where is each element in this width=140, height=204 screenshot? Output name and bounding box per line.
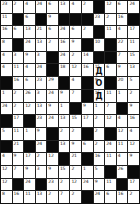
cell-r10c5[interactable]: 2 — [59, 128, 70, 140]
cell-number: 24 — [2, 103, 7, 108]
cell-r5c0[interactable]: 4 — [1, 64, 12, 76]
cell-r8c7[interactable]: 9 — [82, 103, 93, 115]
cell-number: 7 — [60, 191, 63, 196]
cell-r1c9[interactable]: 2 — [105, 14, 116, 26]
cell-number: 9 — [25, 52, 28, 57]
cell-r3c6[interactable]: 9 — [70, 39, 81, 51]
cell-r12c10[interactable]: 4 — [117, 153, 128, 165]
cell-r10c11[interactable]: 4 — [128, 128, 139, 140]
cell-r0c11[interactable]: 24 — [128, 1, 139, 13]
cell-number: 23 — [2, 1, 7, 6]
cell-r0c1[interactable]: 2 — [13, 1, 24, 13]
cell-number: 3 — [37, 52, 40, 57]
cell-r4c5[interactable]: 24 — [59, 52, 70, 64]
cell-r5c5[interactable]: 18 — [59, 64, 70, 76]
cell-r6c8[interactable]: 9О — [94, 77, 105, 89]
block-cell-r13c11 — [128, 166, 139, 178]
cell-r8c8[interactable]: 1 — [94, 103, 105, 115]
cell-r4c2[interactable]: 9 — [24, 52, 35, 64]
cell-r7c1[interactable]: 2 — [13, 90, 24, 102]
cell-r1c4[interactable]: 9 — [47, 14, 58, 26]
cell-number: 4 — [25, 64, 28, 69]
cell-r13c4[interactable]: 9 — [47, 166, 58, 178]
cell-number: 24 — [37, 141, 42, 146]
cell-number: 15 — [129, 52, 134, 57]
block-cell-r14c1 — [13, 179, 24, 191]
cell-number: 17 — [25, 153, 30, 158]
cell-r0c5[interactable]: 13 — [59, 1, 70, 13]
cell-number: 4 — [2, 64, 5, 69]
cell-r6c11[interactable]: 5 — [128, 77, 139, 89]
cell-number: 21 — [37, 26, 42, 31]
cell-r0c6[interactable]: 4 — [70, 1, 81, 13]
cell-r2c9[interactable]: 11 — [105, 26, 116, 38]
cell-number: 4 — [118, 26, 121, 31]
cell-number: 1 — [60, 103, 63, 108]
cell-r9c8[interactable]: 2 — [94, 115, 105, 127]
cell-r0c10[interactable]: 6 — [117, 1, 128, 13]
cell-r11c1[interactable]: 21 — [13, 141, 24, 153]
block-cell-r14c3 — [36, 179, 47, 191]
cell-number: 12 — [106, 1, 111, 6]
cell-number: 2 — [95, 115, 98, 120]
cell-number: 6 — [25, 77, 28, 82]
block-cell-r2c8 — [94, 26, 105, 38]
cell-r1c10[interactable]: 16 — [117, 14, 128, 26]
cell-r8c0[interactable]: 24 — [1, 103, 12, 115]
cell-number: 2 — [129, 90, 132, 95]
cell-number: 26 — [25, 90, 30, 95]
cell-r6c10[interactable]: 20 — [117, 77, 128, 89]
cell-r13c2[interactable]: 9 — [24, 166, 35, 178]
cell-r3c4[interactable]: 2 — [47, 39, 58, 51]
cell-r7c11[interactable]: 2 — [128, 90, 139, 102]
cell-r12c9[interactable]: 11 — [105, 153, 116, 165]
cell-r12c3[interactable]: 2 — [36, 153, 47, 165]
cell-number: 13 — [37, 191, 42, 196]
cell-r1c2[interactable]: 6 — [24, 14, 35, 26]
cell-number: 14 — [83, 52, 88, 57]
cell-r9c3[interactable]: 23 — [36, 115, 47, 127]
cell-number: 9 — [95, 179, 98, 184]
block-cell-r14c10 — [117, 179, 128, 191]
cell-r2c6[interactable]: 6 — [70, 26, 81, 38]
cell-number: 16 — [118, 191, 123, 196]
cell-r7c3[interactable]: 3 — [36, 90, 47, 102]
cell-r5c8[interactable]: 15Д — [94, 64, 105, 76]
cell-r15c6[interactable]: 2 — [70, 191, 81, 203]
cell-number: 24 — [48, 90, 53, 95]
cell-number: 9 — [37, 128, 40, 133]
cell-r9c1[interactable]: 17 — [13, 115, 24, 127]
block-cell-r1c11 — [128, 14, 139, 26]
cell-r13c3[interactable]: 3 — [36, 166, 47, 178]
cell-r11c10[interactable]: 11 — [117, 141, 128, 153]
cell-number: 21 — [71, 153, 76, 158]
cell-r3c5[interactable]: 16 — [59, 39, 70, 51]
cell-number: 12 — [106, 115, 111, 120]
cell-r5c9[interactable]: 6 — [105, 64, 116, 76]
cell-number: 24 — [37, 1, 42, 6]
cell-number: 5 — [95, 166, 98, 171]
cell-r9c6[interactable]: 15 — [70, 115, 81, 127]
cell-number: 11 — [25, 191, 30, 196]
cell-r0c2[interactable]: 4 — [24, 1, 35, 13]
block-cell-r13c9 — [105, 166, 116, 178]
cell-r5c1[interactable]: 11 — [13, 64, 24, 76]
cell-number: 4 — [71, 77, 74, 82]
cell-r5c6[interactable]: 12 — [70, 64, 81, 76]
block-cell-r6c5 — [59, 77, 70, 89]
block-cell-r4c4 — [47, 52, 58, 64]
cell-number: 4 — [25, 1, 28, 6]
cell-r15c0[interactable]: 8 — [1, 191, 12, 203]
cell-r2c3[interactable]: 21 — [36, 26, 47, 38]
cell-number: 22 — [118, 39, 123, 44]
cell-r7c8[interactable]: 15Д — [94, 90, 105, 102]
cell-r3c2[interactable]: 24 — [24, 39, 35, 51]
cell-r7c6[interactable]: 7 — [70, 90, 81, 102]
cell-r0c7[interactable]: 2 — [82, 1, 93, 13]
cell-number: 1 — [2, 90, 5, 95]
cell-number: 11 — [2, 14, 7, 19]
cell-number: 24 — [106, 141, 111, 146]
block-cell-r1c6 — [70, 14, 81, 26]
cell-r2c5[interactable]: 24 — [59, 26, 70, 38]
cell-number: 9 — [129, 153, 132, 158]
cell-r12c2[interactable]: 17 — [24, 153, 35, 165]
cell-r11c9[interactable]: 24 — [105, 141, 116, 153]
puzzle-page: 2324246134212624116923216166132162462114… — [0, 0, 140, 204]
block-cell-r4c8 — [94, 52, 105, 64]
block-cell-r6c0 — [1, 77, 12, 89]
cell-number: 2 — [71, 191, 74, 196]
block-cell-r1c1 — [13, 14, 24, 26]
cell-r2c0[interactable]: 16 — [1, 26, 12, 38]
cell-r13c8[interactable]: 5 — [94, 166, 105, 178]
cell-r2c7[interactable]: 2 — [82, 26, 93, 38]
cell-number: 13 — [25, 26, 30, 31]
cell-r4c10[interactable]: 7 — [117, 52, 128, 64]
block-cell-r11c4 — [47, 141, 58, 153]
cell-number: 6 — [25, 14, 28, 19]
cell-number: 2 — [60, 128, 63, 133]
cell-r15c4[interactable]: 2 — [47, 191, 58, 203]
cell-number: 11 — [106, 153, 111, 158]
cell-r2c11[interactable]: 17 — [128, 26, 139, 38]
cell-number: 9 — [129, 103, 132, 108]
block-cell-r6c9 — [105, 77, 116, 89]
cell-r12c6[interactable]: 21 — [70, 153, 81, 165]
cell-r15c1[interactable]: 16 — [13, 191, 24, 203]
cell-r8c2[interactable]: 12 — [24, 103, 35, 115]
cell-r12c11[interactable]: 9 — [128, 153, 139, 165]
cell-r11c3[interactable]: 24 — [36, 141, 47, 153]
cell-r4c3[interactable]: 3 — [36, 52, 47, 64]
cell-number: 16 — [129, 115, 134, 120]
cell-number: 9 — [48, 103, 51, 108]
cell-number: 6 — [14, 26, 17, 31]
cell-r3c11[interactable]: 11 — [128, 39, 139, 51]
cell-r14c2[interactable]: 24 — [24, 179, 35, 191]
cell-number: 7 — [14, 166, 17, 171]
cell-r7c10[interactable]: 1 — [117, 90, 128, 102]
cell-number: 3 — [14, 52, 17, 57]
cell-r7c0[interactable]: 1 — [1, 90, 12, 102]
cell-number: 9 — [48, 14, 51, 19]
cell-r6c4[interactable]: 29 — [47, 77, 58, 89]
cell-number: 11 — [106, 90, 111, 95]
cell-r11c6[interactable]: 9 — [70, 141, 81, 153]
cell-number: 23 — [37, 115, 42, 120]
cell-number: 9 — [48, 166, 51, 171]
cell-number: 23 — [95, 14, 100, 19]
cell-number: 6 — [106, 191, 109, 196]
cell-number: 4 — [129, 128, 132, 133]
cell-number: 1 — [118, 90, 121, 95]
block-cell-r11c2 — [24, 141, 35, 153]
cell-r6c2[interactable]: 6 — [24, 77, 35, 89]
cell-number: 2 — [71, 166, 74, 171]
cell-number: 6 — [118, 1, 121, 6]
block-cell-r10c7 — [82, 128, 93, 140]
cell-number: 9 — [83, 103, 86, 108]
cell-r5c2[interactable]: 4 — [24, 64, 35, 76]
cell-number: 24 — [129, 1, 134, 6]
cell-r14c6[interactable]: 12 — [70, 179, 81, 191]
cell-number: 8 — [2, 191, 5, 196]
cell-r5c7[interactable]: 16 — [82, 64, 93, 76]
cell-number: 16 — [60, 39, 65, 44]
cell-number: 7 — [71, 90, 74, 95]
cell-r15c11[interactable]: 2 — [128, 191, 139, 203]
cell-r14c11[interactable]: 17 — [128, 179, 139, 191]
cell-r6c1[interactable]: 16 — [13, 77, 24, 89]
cell-r6c6[interactable]: 4 — [70, 77, 81, 89]
cell-r10c3[interactable]: 9 — [36, 128, 47, 140]
cell-number: 13 — [60, 141, 65, 146]
block-cell-r8c10 — [117, 103, 128, 115]
cell-r7c5[interactable]: 9 — [59, 90, 70, 102]
cell-r15c8[interactable]: 24 — [94, 191, 105, 203]
cell-number: 12 — [129, 141, 134, 146]
block-cell-r1c3 — [36, 14, 47, 26]
cell-r13c6[interactable]: 2 — [70, 166, 81, 178]
block-cell-r15c7 — [82, 191, 93, 203]
cell-r0c9[interactable]: 12 — [105, 1, 116, 13]
cell-number: 11 — [14, 128, 19, 133]
cell-r0c4[interactable]: 6 — [47, 1, 58, 13]
cell-r15c5[interactable]: 7 — [59, 191, 70, 203]
cell-r5c3[interactable]: 24 — [36, 64, 47, 76]
cell-r14c9[interactable]: 11 — [105, 179, 116, 191]
cell-number: 4 — [118, 115, 121, 120]
cell-r4c1[interactable]: 3 — [13, 52, 24, 64]
cell-number: 2 — [14, 90, 17, 95]
cell-r1c8[interactable]: 23 — [94, 14, 105, 26]
cell-number: 9 — [71, 141, 74, 146]
cell-number: 2 — [14, 103, 17, 108]
cell-r14c8[interactable]: 9 — [94, 179, 105, 191]
cell-number: 23 — [37, 77, 42, 82]
block-cell-r3c7 — [82, 39, 93, 51]
cell-number: 24 — [25, 39, 30, 44]
cell-number: 12 — [118, 128, 123, 133]
cell-number: 13 — [129, 64, 134, 69]
cell-r4c6[interactable]: 2 — [70, 52, 81, 64]
cell-r7c4[interactable]: 24 — [47, 90, 58, 102]
cell-r14c7[interactable]: 24 — [82, 179, 93, 191]
cell-r11c5[interactable]: 13 — [59, 141, 70, 153]
cell-number: 16 — [118, 14, 123, 19]
cell-number: 7 — [118, 52, 121, 57]
cell-r3c10[interactable]: 22 — [117, 39, 128, 51]
cell-number: 2 — [37, 153, 40, 158]
cell-number: 8 — [2, 39, 5, 44]
cell-number: 16 — [14, 191, 19, 196]
cell-number: 16 — [83, 64, 88, 69]
cell-number: 24 — [37, 64, 42, 69]
block-cell-r11c0 — [1, 141, 12, 153]
cell-r0c0[interactable]: 23 — [1, 1, 12, 13]
cell-number: 11 — [106, 179, 111, 184]
cell-number: 13 — [37, 39, 42, 44]
cell-number: 6 — [48, 1, 51, 6]
cell-r8c3[interactable]: 13 — [36, 103, 47, 115]
cell-number: 2 — [48, 39, 51, 44]
cell-r15c2[interactable]: 11 — [24, 191, 35, 203]
cell-number: 7 — [106, 103, 109, 108]
cell-r9c11[interactable]: 16 — [128, 115, 139, 127]
cell-number: 16 — [14, 77, 19, 82]
cell-r13c1[interactable]: 7 — [13, 166, 24, 178]
block-cell-r12c7 — [82, 153, 93, 165]
cell-number: 13 — [37, 103, 42, 108]
cell-r2c2[interactable]: 13 — [24, 26, 35, 38]
cell-r12c0[interactable]: 4 — [1, 153, 12, 165]
cell-r7c9[interactable]: 11 — [105, 90, 116, 102]
cell-r8c11[interactable]: 9 — [128, 103, 139, 115]
cell-r1c0[interactable]: 11 — [1, 14, 12, 26]
cell-number: 9 — [25, 166, 28, 171]
block-cell-r12c5 — [59, 153, 70, 165]
cell-number: 12 — [71, 179, 76, 184]
cell-r13c0[interactable]: 12 — [1, 166, 12, 178]
cell-r9c4[interactable]: 24 — [47, 115, 58, 127]
cell-r10c8[interactable]: 2 — [94, 128, 105, 140]
cell-number: 2 — [71, 128, 74, 133]
cell-r15c3[interactable]: 13 — [36, 191, 47, 203]
cell-r9c9[interactable]: 12 — [105, 115, 116, 127]
cell-r5c10[interactable]: 9 — [117, 64, 128, 76]
cell-number: 18 — [60, 64, 65, 69]
cell-number: 2 — [83, 26, 86, 31]
cell-r8c5[interactable]: 1 — [59, 103, 70, 115]
cell-r2c10[interactable]: 4 — [117, 26, 128, 38]
given-letter: О — [94, 80, 105, 89]
cell-number: 21 — [14, 141, 19, 146]
cell-number: 9 — [60, 90, 63, 95]
cell-r5c11[interactable]: 13 — [128, 64, 139, 76]
cell-r8c1[interactable]: 2 — [13, 103, 24, 115]
block-cell-r1c5 — [59, 14, 70, 26]
cell-r10c0[interactable]: 5 — [1, 128, 12, 140]
cell-number: 11 — [118, 141, 123, 146]
cell-number: 12 — [48, 153, 53, 158]
cell-r15c10[interactable]: 16 — [117, 191, 128, 203]
cell-r11c7[interactable]: 6 — [82, 141, 93, 153]
cell-number: 23 — [48, 179, 53, 184]
cell-r13c10[interactable]: 26 — [117, 166, 128, 178]
cell-r3c8[interactable]: 10 — [94, 39, 105, 51]
cell-number: 3 — [37, 90, 40, 95]
cell-r9c7[interactable]: 17 — [82, 115, 93, 127]
cell-r11c11[interactable]: 12 — [128, 141, 139, 153]
cell-r7c2[interactable]: 26 — [24, 90, 35, 102]
cell-r12c1[interactable]: 9 — [13, 153, 24, 165]
cell-number: 11 — [14, 64, 19, 69]
cell-r3c0[interactable]: 8 — [1, 39, 12, 51]
cell-number: 4 — [2, 52, 5, 57]
cell-r4c11[interactable]: 15 — [128, 52, 139, 64]
cell-number: 12 — [25, 103, 30, 108]
cell-number: 12 — [2, 166, 7, 171]
cell-r12c8[interactable]: 16 — [94, 153, 105, 165]
cell-number: 24 — [83, 179, 88, 184]
cell-r14c4[interactable]: 23 — [47, 179, 58, 191]
cell-r8c9[interactable]: 7 — [105, 103, 116, 115]
block-cell-r7c7 — [82, 90, 93, 102]
cell-r0c3[interactable]: 24 — [36, 1, 47, 13]
cell-r13c5[interactable]: 15 — [59, 166, 70, 178]
cell-number: 4 — [118, 153, 121, 158]
cell-number: 24 — [60, 26, 65, 31]
cell-r10c1[interactable]: 11 — [13, 128, 24, 140]
cell-r8c4[interactable]: 9 — [47, 103, 58, 115]
block-cell-r5c4 — [47, 64, 58, 76]
cell-r12c4[interactable]: 12 — [47, 153, 58, 165]
cell-r10c2[interactable]: 1 — [24, 128, 35, 140]
cell-r2c4[interactable]: 6 — [47, 26, 58, 38]
cell-r10c10[interactable]: 12 — [117, 128, 128, 140]
cell-r2c1[interactable]: 6 — [13, 26, 24, 38]
cell-number: 2 — [106, 14, 109, 19]
cell-number: 17 — [14, 115, 19, 120]
cell-number: 2 — [129, 191, 132, 196]
cell-number: 6 — [71, 26, 74, 31]
cell-r3c3[interactable]: 13 — [36, 39, 47, 51]
cell-r4c7[interactable]: 14 — [82, 52, 93, 64]
cell-number: 13 — [60, 115, 65, 120]
cell-r13c7[interactable]: 1 — [82, 166, 93, 178]
cell-r15c9[interactable]: 6 — [105, 191, 116, 203]
cell-r14c0[interactable]: 12 — [1, 179, 12, 191]
cell-r10c6[interactable]: 2 — [70, 128, 81, 140]
cell-r9c10[interactable]: 4 — [117, 115, 128, 127]
cell-r6c3[interactable]: 23 — [36, 77, 47, 89]
cell-r11c8[interactable]: 2 — [94, 141, 105, 153]
cell-number: 5 — [129, 77, 132, 82]
cell-r14c5[interactable]: 2 — [59, 179, 70, 191]
cell-number: 9 — [14, 153, 17, 158]
codeword-grid: 2324246134212624116923216166132162462114… — [0, 0, 140, 204]
cell-number: 9 — [71, 39, 74, 44]
cell-number: 20 — [118, 77, 123, 82]
cell-r4c0[interactable]: 4 — [1, 52, 12, 64]
cell-r9c5[interactable]: 13 — [59, 115, 70, 127]
cell-number: 2 — [48, 191, 51, 196]
cell-number: 13 — [60, 1, 65, 6]
